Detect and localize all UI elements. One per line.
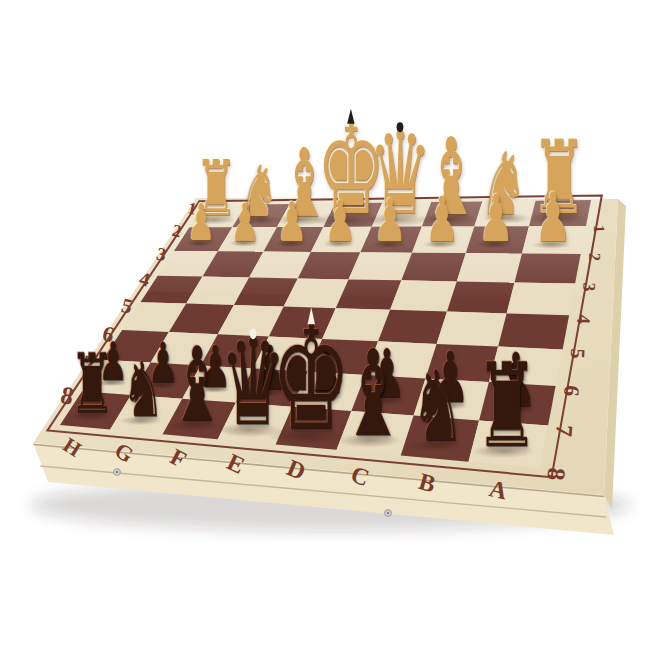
rank-label-right-4: 4	[573, 314, 594, 325]
square-a7	[479, 382, 555, 425]
rank-label-right-1: 1	[591, 225, 608, 233]
square-b6	[426, 344, 499, 382]
square-a6	[489, 347, 563, 386]
square-a8	[469, 420, 549, 468]
square-c5	[378, 310, 447, 344]
rank-label-right-8: 8	[542, 467, 571, 482]
hinge-screw-right	[385, 510, 392, 517]
rank-label-right-3: 3	[579, 282, 599, 291]
rank-label-right-2: 2	[585, 253, 604, 261]
rank-label-right-6: 6	[559, 385, 584, 397]
far-haze-overlay	[140, 196, 601, 303]
square-b8	[401, 416, 479, 462]
rank-label-right-5: 5	[567, 348, 589, 359]
chess-board: HGFEDCBA1234567812345678	[0, 0, 650, 650]
chess-set-photo: HGFEDCBA1234567812345678 ♜♞♝♚♛♝♞♜♟♟♟♟♟♟♟…	[0, 0, 650, 650]
square-b7	[414, 379, 489, 421]
hinge-screw-left	[114, 469, 121, 476]
rank-label-right-7: 7	[551, 424, 578, 438]
square-a5	[498, 313, 569, 349]
square-b5	[437, 312, 507, 347]
